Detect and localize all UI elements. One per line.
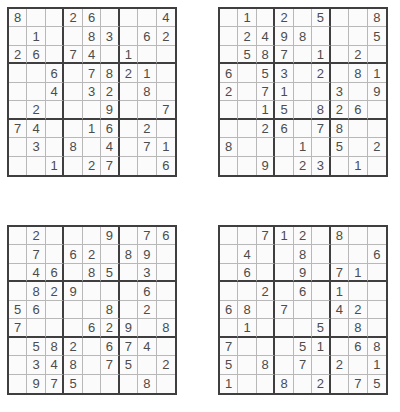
sudoku-board-bottom-right: 7128486697126168742158751685872118275 <box>218 225 388 395</box>
cell-r6c5 <box>294 319 312 337</box>
cell-r6c3: 1 <box>257 101 275 119</box>
cell-r5c5: 3 <box>83 83 101 101</box>
cell-r3c2: 5 <box>238 46 256 64</box>
cell-r7c1 <box>220 120 238 138</box>
cell-r2c7 <box>331 27 349 45</box>
cell-r8c9: 2 <box>157 356 175 374</box>
cell-r5c8 <box>349 83 367 101</box>
cell-r9c2 <box>238 157 256 175</box>
cell-r9c3: 1 <box>46 157 64 175</box>
cell-r2c4 <box>275 245 293 263</box>
cell-r4c8: 1 <box>138 64 156 82</box>
cell-r9c1 <box>220 157 238 175</box>
cell-r7c2: 5 <box>27 338 45 356</box>
sudoku-board-top-right: 1258249855871265328127139158262678815292… <box>218 7 388 177</box>
cell-r1c5: 6 <box>83 9 101 27</box>
cell-r2c2: 1 <box>27 27 45 45</box>
cell-r1c6 <box>101 9 119 27</box>
cell-r2c6: 3 <box>101 27 119 45</box>
cell-r1c7 <box>120 227 138 245</box>
cell-r7c5 <box>83 338 101 356</box>
cell-r5c8: 2 <box>349 301 367 319</box>
cell-r1c3 <box>46 9 64 27</box>
cell-r7c5: 5 <box>294 338 312 356</box>
cell-r4c9 <box>368 282 386 300</box>
cell-r5c4 <box>64 83 82 101</box>
cell-r7c6: 6 <box>101 338 119 356</box>
cell-r7c8: 2 <box>138 120 156 138</box>
cell-r6c8: 8 <box>349 319 367 337</box>
cell-r3c4: 7 <box>275 46 293 64</box>
cell-r3c7: 7 <box>331 264 349 282</box>
cell-r5c1: 6 <box>220 301 238 319</box>
cell-r5c7: 4 <box>331 301 349 319</box>
cell-r5c6: 2 <box>101 83 119 101</box>
cell-r9c6: 3 <box>312 157 330 175</box>
cell-r4c1 <box>9 64 27 82</box>
cell-r4c3: 5 <box>257 64 275 82</box>
cell-r1c5 <box>83 227 101 245</box>
cell-r2c1 <box>9 27 27 45</box>
cell-r8c7: 5 <box>120 356 138 374</box>
cell-r7c8 <box>349 120 367 138</box>
cell-r2c5: 2 <box>83 245 101 263</box>
cell-r7c3 <box>257 338 275 356</box>
cell-r3c8: 3 <box>138 264 156 282</box>
cell-r3c6: 5 <box>101 264 119 282</box>
cell-r2c3 <box>257 245 275 263</box>
cell-r7c8: 6 <box>349 338 367 356</box>
cell-r5c9 <box>368 301 386 319</box>
cell-r9c1: 1 <box>220 375 238 393</box>
cell-r7c7: 7 <box>120 338 138 356</box>
cell-r2c8 <box>349 27 367 45</box>
cell-r6c3 <box>257 319 275 337</box>
cell-r4c4: 9 <box>64 282 82 300</box>
cell-r6c1 <box>220 101 238 119</box>
cell-r6c9 <box>368 319 386 337</box>
cell-r2c9: 5 <box>368 27 386 45</box>
cell-r5c3 <box>46 301 64 319</box>
cell-r8c2: 3 <box>27 356 45 374</box>
cell-r9c7 <box>120 375 138 393</box>
cell-r5c8: 2 <box>138 301 156 319</box>
cell-r3c1 <box>9 264 27 282</box>
cell-r9c5 <box>83 375 101 393</box>
cell-r4c2 <box>238 282 256 300</box>
cell-r4c3: 6 <box>46 64 64 82</box>
cell-r9c5: 2 <box>83 157 101 175</box>
cell-r9c8 <box>138 157 156 175</box>
cell-r2c2: 7 <box>27 245 45 263</box>
sudoku-sheet: 8264183622674167821432829774162384711276… <box>0 0 400 412</box>
cell-r6c5 <box>83 101 101 119</box>
cell-r8c2 <box>238 138 256 156</box>
cell-r1c4 <box>64 227 82 245</box>
cell-r6c6: 8 <box>312 101 330 119</box>
cell-r3c5: 4 <box>83 46 101 64</box>
cell-r2c7 <box>120 27 138 45</box>
cell-r4c6: 8 <box>101 64 119 82</box>
cell-r7c5: 1 <box>83 120 101 138</box>
cell-r1c8 <box>138 9 156 27</box>
cell-r8c7: 2 <box>331 356 349 374</box>
cell-r8c4 <box>275 356 293 374</box>
cell-r9c7 <box>331 157 349 175</box>
cell-r4c2 <box>238 64 256 82</box>
cell-r5c5 <box>294 301 312 319</box>
cell-r5c1: 2 <box>220 83 238 101</box>
cell-r4c4 <box>64 64 82 82</box>
cell-r2c5: 8 <box>294 245 312 263</box>
cell-r3c1 <box>220 46 238 64</box>
cell-r9c8: 8 <box>138 375 156 393</box>
cell-r5c7 <box>120 301 138 319</box>
cell-r5c5 <box>83 301 101 319</box>
cell-r6c9: 7 <box>157 101 175 119</box>
cell-r2c9: 2 <box>157 27 175 45</box>
cell-r9c7 <box>331 375 349 393</box>
sudoku-board-bottom-left: 2976762894685382965682762985826743487529… <box>7 225 177 395</box>
cell-r7c7 <box>331 338 349 356</box>
cell-r9c9 <box>157 375 175 393</box>
cell-r2c6 <box>312 245 330 263</box>
cell-r1c7 <box>120 9 138 27</box>
cell-r4c5 <box>294 64 312 82</box>
cell-r7c9: 8 <box>368 338 386 356</box>
cell-r9c3: 7 <box>46 375 64 393</box>
cell-r6c3 <box>46 319 64 337</box>
cell-r6c2: 1 <box>238 319 256 337</box>
cell-r3c9 <box>157 264 175 282</box>
cell-r5c2 <box>27 83 45 101</box>
cell-r2c6 <box>101 245 119 263</box>
cell-r2c4: 6 <box>64 245 82 263</box>
cell-r3c7 <box>331 46 349 64</box>
cell-r2c4: 9 <box>275 27 293 45</box>
cell-r5c5 <box>294 83 312 101</box>
cell-r1c4: 2 <box>275 9 293 27</box>
cell-r5c6 <box>312 83 330 101</box>
cell-r6c2: 2 <box>27 101 45 119</box>
cell-r4c8: 8 <box>349 64 367 82</box>
cell-r3c5: 9 <box>294 264 312 282</box>
cell-r1c4: 1 <box>275 227 293 245</box>
cell-r5c9: 9 <box>368 83 386 101</box>
cell-r6c6: 5 <box>312 319 330 337</box>
cell-r2c5: 8 <box>294 27 312 45</box>
cell-r5c1: 5 <box>9 301 27 319</box>
cell-r4c7: 2 <box>120 64 138 82</box>
cell-r1c1 <box>9 227 27 245</box>
cell-r6c4: 5 <box>275 101 293 119</box>
cell-r6c7: 9 <box>120 319 138 337</box>
cell-r8c5 <box>83 356 101 374</box>
cell-r2c3: 4 <box>257 27 275 45</box>
cell-r3c3 <box>46 46 64 64</box>
cell-r5c6 <box>312 301 330 319</box>
cell-r1c2 <box>238 227 256 245</box>
cell-r6c8 <box>138 319 156 337</box>
cell-r3c6 <box>101 46 119 64</box>
cell-r3c4 <box>64 264 82 282</box>
cell-r7c2: 4 <box>27 120 45 138</box>
cell-r6c2 <box>27 319 45 337</box>
cell-r8c3 <box>46 138 64 156</box>
cell-r8c6: 7 <box>101 356 119 374</box>
cell-r5c4: 1 <box>275 83 293 101</box>
cell-r1c6 <box>312 227 330 245</box>
cell-r5c9 <box>157 83 175 101</box>
cell-r9c2: 9 <box>27 375 45 393</box>
cell-r8c8 <box>349 138 367 156</box>
cell-r8c5: 7 <box>294 356 312 374</box>
cell-r8c6 <box>312 356 330 374</box>
cell-r4c8: 6 <box>138 282 156 300</box>
cell-r9c3 <box>257 375 275 393</box>
cell-r7c7: 8 <box>331 120 349 138</box>
cell-r8c5 <box>83 138 101 156</box>
cell-r3c1 <box>220 264 238 282</box>
cell-r1c3: 7 <box>257 227 275 245</box>
cell-r7c5 <box>294 120 312 138</box>
cell-r4c5: 6 <box>294 282 312 300</box>
cell-r8c9: 1 <box>368 356 386 374</box>
cell-r5c7: 3 <box>331 83 349 101</box>
cell-r2c6 <box>312 27 330 45</box>
cell-r7c4: 6 <box>275 120 293 138</box>
cell-r2c3 <box>46 245 64 263</box>
cell-r1c3 <box>257 9 275 27</box>
cell-r6c9: 8 <box>157 319 175 337</box>
cell-r8c8 <box>349 356 367 374</box>
cell-r3c4 <box>275 264 293 282</box>
cell-r8c4 <box>275 138 293 156</box>
cell-r8c1 <box>9 138 27 156</box>
cell-r4c9 <box>157 64 175 82</box>
cell-r1c1 <box>220 227 238 245</box>
cell-r2c9 <box>157 245 175 263</box>
cell-r2c2: 2 <box>238 27 256 45</box>
cell-r2c7 <box>331 245 349 263</box>
cell-r9c4 <box>64 157 82 175</box>
cell-r8c3 <box>257 138 275 156</box>
cell-r1c1: 8 <box>9 9 27 27</box>
cell-r8c7: 5 <box>331 138 349 156</box>
cell-r7c2 <box>238 120 256 138</box>
cell-r3c4: 7 <box>64 46 82 64</box>
cell-r1c9: 8 <box>368 9 386 27</box>
cell-r4c5: 7 <box>83 64 101 82</box>
cell-r1c9: 6 <box>157 227 175 245</box>
cell-r6c7 <box>331 319 349 337</box>
cell-r6c6: 2 <box>101 319 119 337</box>
cell-r2c5: 8 <box>83 27 101 45</box>
cell-r7c9 <box>157 338 175 356</box>
cell-r5c2 <box>238 83 256 101</box>
cell-r1c9 <box>368 227 386 245</box>
cell-r2c8: 6 <box>138 27 156 45</box>
cell-r1c8 <box>349 227 367 245</box>
cell-r9c5 <box>294 375 312 393</box>
cell-r6c5 <box>294 101 312 119</box>
cell-r7c6: 6 <box>101 120 119 138</box>
cell-r4c2: 8 <box>27 282 45 300</box>
cell-r3c7: 1 <box>120 46 138 64</box>
cell-r4c3: 2 <box>257 282 275 300</box>
cell-r5c3: 7 <box>257 83 275 101</box>
cell-r4c1 <box>220 282 238 300</box>
cell-r8c6 <box>312 138 330 156</box>
cell-r5c2: 8 <box>238 301 256 319</box>
cell-r9c8: 1 <box>349 157 367 175</box>
cell-r8c1: 5 <box>220 356 238 374</box>
cell-r9c4 <box>275 157 293 175</box>
cell-r1c4: 2 <box>64 9 82 27</box>
cell-r3c3: 8 <box>257 46 275 64</box>
cell-r3c5 <box>294 46 312 64</box>
cell-r8c2: 3 <box>27 138 45 156</box>
cell-r8c4: 8 <box>64 356 82 374</box>
cell-r4c7 <box>120 282 138 300</box>
cell-r4c6 <box>101 282 119 300</box>
cell-r4c1 <box>9 282 27 300</box>
cell-r2c8: 9 <box>138 245 156 263</box>
cell-r9c1 <box>9 157 27 175</box>
cell-r3c6 <box>312 264 330 282</box>
cell-r9c9 <box>368 157 386 175</box>
cell-r3c3: 6 <box>46 264 64 282</box>
cell-r7c4 <box>64 120 82 138</box>
cell-r9c6: 2 <box>312 375 330 393</box>
cell-r9c2 <box>238 375 256 393</box>
cell-r7c9 <box>368 120 386 138</box>
sudoku-board-top-left: 8264183622674167821432829774162384711276 <box>7 7 177 177</box>
cell-r9c1 <box>9 375 27 393</box>
cell-r1c2 <box>27 9 45 27</box>
cell-r9c9: 6 <box>157 157 175 175</box>
cell-r1c6: 5 <box>312 9 330 27</box>
cell-r1c5: 2 <box>294 227 312 245</box>
cell-r8c1: 8 <box>220 138 238 156</box>
cell-r1c6: 9 <box>101 227 119 245</box>
cell-r1c8 <box>349 9 367 27</box>
cell-r8c3: 4 <box>46 356 64 374</box>
cell-r7c1: 7 <box>9 120 27 138</box>
cell-r6c4 <box>64 101 82 119</box>
cell-r6c4 <box>64 319 82 337</box>
cell-r6c1: 7 <box>9 319 27 337</box>
cell-r4c3: 2 <box>46 282 64 300</box>
cell-r1c7 <box>331 9 349 27</box>
cell-r7c1: 7 <box>220 338 238 356</box>
cell-r4c1: 6 <box>220 64 238 82</box>
cell-r7c7 <box>120 120 138 138</box>
cell-r9c8: 7 <box>349 375 367 393</box>
cell-r4c4 <box>275 282 293 300</box>
cell-r7c3: 8 <box>46 338 64 356</box>
cell-r4c9: 1 <box>368 64 386 82</box>
cell-r9c7 <box>120 157 138 175</box>
cell-r7c6: 7 <box>312 120 330 138</box>
cell-r2c1 <box>220 27 238 45</box>
cell-r7c4 <box>275 338 293 356</box>
cell-r3c5: 8 <box>83 264 101 282</box>
cell-r7c1 <box>9 338 27 356</box>
cell-r5c7 <box>120 83 138 101</box>
cell-r3c2: 6 <box>27 46 45 64</box>
cell-r7c8: 4 <box>138 338 156 356</box>
cell-r4c5 <box>83 282 101 300</box>
cell-r6c5: 6 <box>83 319 101 337</box>
cell-r1c8: 7 <box>138 227 156 245</box>
cell-r4c2 <box>27 64 45 82</box>
cell-r6c1 <box>9 101 27 119</box>
cell-r8c6: 4 <box>101 138 119 156</box>
cell-r7c2 <box>238 338 256 356</box>
cell-r9c4: 5 <box>64 375 82 393</box>
cell-r3c8: 2 <box>349 46 367 64</box>
cell-r9c9: 5 <box>368 375 386 393</box>
cell-r6c8: 6 <box>349 101 367 119</box>
cell-r6c6: 9 <box>101 101 119 119</box>
cell-r6c2 <box>238 101 256 119</box>
cell-r6c7 <box>120 101 138 119</box>
cell-r7c3 <box>46 120 64 138</box>
cell-r5c2: 6 <box>27 301 45 319</box>
cell-r3c9 <box>157 46 175 64</box>
cell-r3c2: 4 <box>27 264 45 282</box>
cell-r1c2: 1 <box>238 9 256 27</box>
cell-r4c6 <box>312 282 330 300</box>
cell-r6c4 <box>275 319 293 337</box>
cell-r3c8: 1 <box>349 264 367 282</box>
cell-r6c9 <box>368 101 386 119</box>
cell-r1c2: 2 <box>27 227 45 245</box>
cell-r9c6: 7 <box>101 157 119 175</box>
cell-r4c7: 1 <box>331 282 349 300</box>
cell-r4c8 <box>349 282 367 300</box>
cell-r6c3 <box>46 101 64 119</box>
cell-r1c1 <box>220 9 238 27</box>
cell-r2c1 <box>9 245 27 263</box>
cell-r3c1: 2 <box>9 46 27 64</box>
cell-r1c5 <box>294 9 312 27</box>
cell-r8c3: 8 <box>257 356 275 374</box>
cell-r5c4 <box>64 301 82 319</box>
cell-r4c6: 2 <box>312 64 330 82</box>
cell-r6c7: 2 <box>331 101 349 119</box>
cell-r5c8: 8 <box>138 83 156 101</box>
cell-r3c9 <box>368 264 386 282</box>
cell-r8c8: 7 <box>138 138 156 156</box>
cell-r3c9 <box>368 46 386 64</box>
cell-r9c2 <box>27 157 45 175</box>
cell-r1c3 <box>46 227 64 245</box>
cell-r1c7: 8 <box>331 227 349 245</box>
cell-r2c1 <box>220 245 238 263</box>
cell-r9c4: 8 <box>275 375 293 393</box>
cell-r7c6: 1 <box>312 338 330 356</box>
cell-r5c6: 8 <box>101 301 119 319</box>
cell-r4c9 <box>157 282 175 300</box>
cell-r7c4: 2 <box>64 338 82 356</box>
cell-r2c7: 8 <box>120 245 138 263</box>
cell-r8c2 <box>238 356 256 374</box>
cell-r3c2: 6 <box>238 264 256 282</box>
cell-r9c5: 2 <box>294 157 312 175</box>
cell-r2c2: 4 <box>238 245 256 263</box>
